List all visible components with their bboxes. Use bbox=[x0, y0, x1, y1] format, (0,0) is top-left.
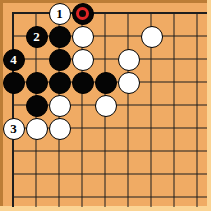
stone-black bbox=[49, 26, 71, 48]
move-number-label: 4 bbox=[10, 53, 17, 66]
red-circle-marker-icon bbox=[76, 7, 89, 20]
stone-layer: 1243 bbox=[2, 2, 209, 209]
move-number-label: 1 bbox=[56, 7, 63, 20]
stone-black bbox=[26, 95, 48, 117]
stone-white bbox=[141, 26, 163, 48]
stone-black-move-4: 4 bbox=[3, 49, 25, 71]
stone-black bbox=[49, 49, 71, 71]
stone-black-marked bbox=[72, 3, 94, 25]
stone-white bbox=[118, 72, 140, 94]
stone-white bbox=[72, 26, 94, 48]
stone-white-move-3: 3 bbox=[3, 118, 25, 140]
move-number-label: 3 bbox=[10, 122, 17, 135]
stone-black bbox=[72, 72, 94, 94]
stone-white bbox=[118, 49, 140, 71]
stone-white bbox=[49, 95, 71, 117]
go-board-diagram: 1243 bbox=[0, 0, 211, 211]
stone-white-move-1: 1 bbox=[49, 3, 71, 25]
stone-black bbox=[95, 72, 117, 94]
stone-white bbox=[95, 95, 117, 117]
move-number-label: 2 bbox=[33, 30, 40, 43]
stone-black bbox=[3, 72, 25, 94]
stone-white bbox=[72, 49, 94, 71]
stone-white bbox=[49, 118, 71, 140]
stone-white bbox=[26, 118, 48, 140]
stone-black bbox=[49, 72, 71, 94]
stone-black-move-2: 2 bbox=[26, 26, 48, 48]
stone-black bbox=[26, 72, 48, 94]
